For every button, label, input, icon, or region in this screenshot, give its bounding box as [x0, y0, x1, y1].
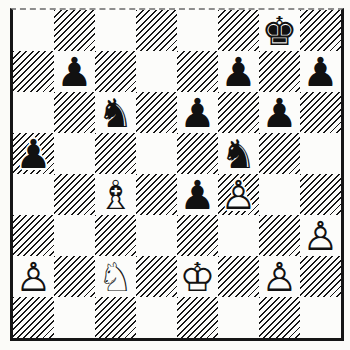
square-e7[interactable]: [177, 51, 218, 92]
square-c8[interactable]: [95, 10, 136, 51]
square-e1[interactable]: [177, 297, 218, 338]
square-f1[interactable]: [218, 297, 259, 338]
square-b5[interactable]: [54, 133, 95, 174]
black-king-fill-icon: ♚: [259, 10, 300, 51]
square-h7[interactable]: ♟♟: [300, 51, 341, 92]
square-f3[interactable]: [218, 215, 259, 256]
square-a8[interactable]: [13, 10, 54, 51]
black-pawn-fill-icon: ♟: [300, 51, 341, 92]
square-d4[interactable]: [136, 174, 177, 215]
black-knight-icon: ♞: [95, 92, 136, 133]
black-pawn-fill-icon: ♟: [259, 92, 300, 133]
square-a1[interactable]: [13, 297, 54, 338]
square-c7[interactable]: [95, 51, 136, 92]
square-g4[interactable]: [259, 174, 300, 215]
square-d8[interactable]: [136, 10, 177, 51]
square-b6[interactable]: [54, 92, 95, 133]
square-b3[interactable]: [54, 215, 95, 256]
black-pawn-icon: ♟: [177, 92, 218, 133]
square-f5[interactable]: ♞♞: [218, 133, 259, 174]
square-d6[interactable]: [136, 92, 177, 133]
black-pawn-icon: ♟: [13, 133, 54, 174]
square-g8[interactable]: ♚♚: [259, 10, 300, 51]
square-b1[interactable]: [54, 297, 95, 338]
black-pawn-icon: ♟: [54, 51, 95, 92]
square-d1[interactable]: [136, 297, 177, 338]
square-c4[interactable]: ♝♗: [95, 174, 136, 215]
white-pawn-icon: ♙: [300, 215, 341, 256]
black-pawn-fill-icon: ♟: [177, 174, 218, 215]
white-pawn-fill-icon: ♟: [218, 174, 259, 215]
square-f4[interactable]: ♟♙: [218, 174, 259, 215]
square-d3[interactable]: [136, 215, 177, 256]
square-g5[interactable]: [259, 133, 300, 174]
black-pawn-icon: ♟: [300, 51, 341, 92]
white-knight-icon: ♘: [95, 256, 136, 297]
white-pawn-fill-icon: ♟: [13, 256, 54, 297]
square-f8[interactable]: [218, 10, 259, 51]
square-e4[interactable]: ♟♟: [177, 174, 218, 215]
black-pawn-icon: ♟: [218, 51, 259, 92]
square-h4[interactable]: [300, 174, 341, 215]
white-pawn-icon: ♙: [13, 256, 54, 297]
white-pawn-fill-icon: ♟: [259, 256, 300, 297]
black-pawn-fill-icon: ♟: [218, 51, 259, 92]
board-frame: ♚♚♟♟♟♟♟♟♞♞♟♟♟♟♟♟♞♞♝♗♟♟♟♙♟♙♟♙♞♘♚♔♟♙: [10, 8, 344, 341]
black-pawn-fill-icon: ♟: [54, 51, 95, 92]
black-pawn-icon: ♟: [259, 92, 300, 133]
square-d5[interactable]: [136, 133, 177, 174]
square-h3[interactable]: ♟♙: [300, 215, 341, 256]
square-c3[interactable]: [95, 215, 136, 256]
black-pawn-fill-icon: ♟: [177, 92, 218, 133]
square-a5[interactable]: ♟♟: [13, 133, 54, 174]
square-d2[interactable]: [136, 256, 177, 297]
square-e5[interactable]: [177, 133, 218, 174]
square-g3[interactable]: [259, 215, 300, 256]
white-bishop-icon: ♗: [95, 174, 136, 215]
square-e8[interactable]: [177, 10, 218, 51]
square-f2[interactable]: [218, 256, 259, 297]
square-h1[interactable]: [300, 297, 341, 338]
white-king-fill-icon: ♚: [177, 256, 218, 297]
black-pawn-icon: ♟: [177, 174, 218, 215]
square-c5[interactable]: [95, 133, 136, 174]
square-h2[interactable]: [300, 256, 341, 297]
square-b8[interactable]: [54, 10, 95, 51]
white-pawn-icon: ♙: [259, 256, 300, 297]
square-h6[interactable]: [300, 92, 341, 133]
black-knight-icon: ♞: [218, 133, 259, 174]
square-g1[interactable]: [259, 297, 300, 338]
board: ♚♚♟♟♟♟♟♟♞♞♟♟♟♟♟♟♞♞♝♗♟♟♟♙♟♙♟♙♞♘♚♔♟♙: [13, 10, 341, 338]
square-h5[interactable]: [300, 133, 341, 174]
square-a6[interactable]: [13, 92, 54, 133]
square-f7[interactable]: ♟♟: [218, 51, 259, 92]
square-h8[interactable]: [300, 10, 341, 51]
square-a3[interactable]: [13, 215, 54, 256]
square-g6[interactable]: ♟♟: [259, 92, 300, 133]
square-e3[interactable]: [177, 215, 218, 256]
square-b4[interactable]: [54, 174, 95, 215]
white-pawn-icon: ♙: [218, 174, 259, 215]
square-e2[interactable]: ♚♔: [177, 256, 218, 297]
black-pawn-fill-icon: ♟: [13, 133, 54, 174]
white-pawn-fill-icon: ♟: [300, 215, 341, 256]
square-b7[interactable]: ♟♟: [54, 51, 95, 92]
square-e6[interactable]: ♟♟: [177, 92, 218, 133]
black-knight-fill-icon: ♞: [218, 133, 259, 174]
square-g2[interactable]: ♟♙: [259, 256, 300, 297]
square-a4[interactable]: [13, 174, 54, 215]
white-knight-fill-icon: ♞: [95, 256, 136, 297]
square-c1[interactable]: [95, 297, 136, 338]
black-king-icon: ♚: [259, 10, 300, 51]
white-king-icon: ♔: [177, 256, 218, 297]
square-b2[interactable]: [54, 256, 95, 297]
square-f6[interactable]: [218, 92, 259, 133]
square-g7[interactable]: [259, 51, 300, 92]
square-d7[interactable]: [136, 51, 177, 92]
white-bishop-fill-icon: ♝: [95, 174, 136, 215]
square-a7[interactable]: [13, 51, 54, 92]
square-a2[interactable]: ♟♙: [13, 256, 54, 297]
square-c6[interactable]: ♞♞: [95, 92, 136, 133]
black-knight-fill-icon: ♞: [95, 92, 136, 133]
square-c2[interactable]: ♞♘: [95, 256, 136, 297]
